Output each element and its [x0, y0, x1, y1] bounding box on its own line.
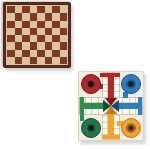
chess-square-r3c7: [52, 21, 60, 28]
chess-square-r4c8: [60, 28, 68, 35]
chess-square-r8c8: [60, 57, 68, 64]
chess-square-r2c4: [30, 13, 38, 20]
green-nest: [81, 118, 101, 138]
chess-square-r5c4: [30, 35, 38, 42]
chess-square-r4c2: [15, 28, 23, 35]
chess-square-r6c8: [60, 42, 68, 49]
chess-square-r5c2: [15, 35, 23, 42]
chess-square-r8c5: [37, 57, 45, 64]
chess-square-r2c2: [15, 13, 23, 20]
chess-square-r6c7: [52, 42, 60, 49]
chess-square-r1c3: [22, 6, 30, 13]
chess-square-r4c7: [52, 28, 60, 35]
chess-square-r5c6: [45, 35, 53, 42]
chess-square-r3c3: [22, 21, 30, 28]
green-nest-hub: [86, 123, 96, 133]
chess-square-r2c6: [45, 13, 53, 20]
parcheesi-board: [78, 71, 144, 141]
yellow-nest: [121, 118, 141, 138]
chess-square-r5c3: [22, 35, 30, 42]
green-arrow-head-icon: [103, 100, 111, 112]
chess-squares: [7, 6, 67, 64]
chess-square-r1c7: [52, 6, 60, 13]
chess-square-r5c7: [52, 35, 60, 42]
chess-square-r8c6: [45, 57, 53, 64]
chess-square-r3c8: [60, 21, 68, 28]
chess-board-inlay-frame: [6, 5, 68, 65]
green-arrow-crossbar: [80, 97, 84, 121]
chess-board: [3, 2, 71, 68]
chess-square-r5c1: [7, 35, 15, 42]
blue-arrow-head-icon: [111, 100, 119, 112]
chess-square-r2c8: [60, 13, 68, 20]
yellow-nest-hub: [126, 123, 136, 133]
red-nest-dot: [89, 82, 93, 86]
chess-square-r2c5: [37, 13, 45, 20]
chess-square-r8c3: [22, 57, 30, 64]
chess-square-r7c3: [22, 50, 30, 57]
chess-square-r8c7: [52, 57, 60, 64]
chess-square-r3c5: [37, 21, 45, 28]
chess-square-r7c8: [60, 50, 68, 57]
red-nest: [81, 74, 101, 94]
chess-square-r4c4: [30, 28, 38, 35]
yellow-arrow-shaft: [108, 113, 114, 136]
chess-square-r2c7: [52, 13, 60, 20]
chess-square-r3c1: [7, 21, 15, 28]
chess-square-r8c4: [30, 57, 38, 64]
chess-square-r7c7: [52, 50, 60, 57]
chess-square-r7c6: [45, 50, 53, 57]
chess-square-r1c1: [7, 6, 15, 13]
chess-square-r4c3: [22, 28, 30, 35]
chess-square-r1c4: [30, 6, 38, 13]
chess-square-r1c5: [37, 6, 45, 13]
chess-square-r7c2: [15, 50, 23, 57]
chess-square-r3c6: [45, 21, 53, 28]
chess-square-r6c6: [45, 42, 53, 49]
chess-square-r7c5: [37, 50, 45, 57]
chess-square-r4c6: [45, 28, 53, 35]
chess-square-r6c2: [15, 42, 23, 49]
red-nest-hub: [86, 79, 96, 89]
chess-square-r2c1: [7, 13, 15, 20]
chess-square-r4c1: [7, 28, 15, 35]
chess-square-r6c1: [7, 42, 15, 49]
yellow-nest-dot: [129, 126, 133, 130]
chess-square-r3c4: [30, 21, 38, 28]
red-arrow-shaft: [108, 76, 114, 99]
chess-square-r1c6: [45, 6, 53, 13]
chess-square-r8c2: [15, 57, 23, 64]
chess-square-r8c1: [7, 57, 15, 64]
chess-square-r6c4: [30, 42, 38, 49]
chess-square-r1c2: [15, 6, 23, 13]
chess-square-r4c5: [37, 28, 45, 35]
chess-square-r6c5: [37, 42, 45, 49]
chess-square-r7c4: [30, 50, 38, 57]
blue-nest-hub: [126, 79, 136, 89]
chess-square-r3c2: [15, 21, 23, 28]
blue-nest: [121, 74, 141, 94]
chess-square-r2c3: [22, 13, 30, 20]
chess-square-r1c8: [60, 6, 68, 13]
chess-square-r5c8: [60, 35, 68, 42]
blue-nest-dot: [129, 82, 133, 86]
blue-arrow-shaft: [116, 103, 139, 109]
green-nest-dot: [89, 126, 93, 130]
chess-square-r5c5: [37, 35, 45, 42]
chess-square-r6c3: [22, 42, 30, 49]
chess-square-r7c1: [7, 50, 15, 57]
